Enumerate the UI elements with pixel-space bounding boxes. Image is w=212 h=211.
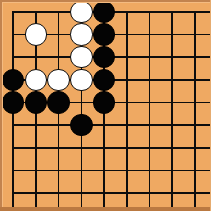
- black-stone[interactable]: [93, 23, 115, 45]
- white-stone[interactable]: [70, 69, 92, 91]
- black-stone[interactable]: [25, 91, 47, 113]
- intersection-r1c2[interactable]: [25, 0, 48, 23]
- intersection-r1c7[interactable]: [138, 0, 161, 23]
- black-stone[interactable]: [93, 69, 115, 91]
- intersection-r3c5[interactable]: [93, 46, 116, 69]
- intersection-r9c9[interactable]: [183, 182, 206, 205]
- intersection-r9c7[interactable]: [138, 182, 161, 205]
- white-stone[interactable]: [25, 23, 47, 45]
- intersection-r5c7[interactable]: [138, 91, 161, 114]
- intersection-r1c5[interactable]: [93, 0, 116, 23]
- intersection-r8c2[interactable]: [25, 159, 48, 182]
- intersection-r7c7[interactable]: [138, 137, 161, 160]
- board-frame-highlight-left: [2, 2, 3, 207]
- black-stone[interactable]: [93, 46, 115, 68]
- intersection-r6c4[interactable]: [70, 114, 93, 137]
- intersection-r5c8[interactable]: [161, 91, 184, 114]
- intersection-r7c1[interactable]: [2, 137, 25, 160]
- intersection-r4c3[interactable]: [47, 69, 70, 92]
- intersection-r9c1[interactable]: [2, 182, 25, 205]
- intersection-r7c2[interactable]: [25, 137, 48, 160]
- intersection-r7c9[interactable]: [183, 137, 206, 160]
- intersection-r1c6[interactable]: [115, 0, 138, 23]
- intersection-r9c2[interactable]: [25, 182, 48, 205]
- intersection-r9c8[interactable]: [161, 182, 184, 205]
- intersection-r4c7[interactable]: [138, 69, 161, 92]
- intersection-r9c5[interactable]: [93, 182, 116, 205]
- intersection-r7c6[interactable]: [115, 137, 138, 160]
- intersection-r2c1[interactable]: [2, 23, 25, 46]
- intersection-r4c5[interactable]: [93, 69, 116, 92]
- white-stone[interactable]: [25, 69, 47, 91]
- intersection-r6c2[interactable]: [25, 114, 48, 137]
- intersection-r7c3[interactable]: [47, 137, 70, 160]
- intersection-r4c9[interactable]: [183, 69, 206, 92]
- intersection-r2c5[interactable]: [93, 23, 116, 46]
- black-stone[interactable]: [93, 91, 115, 113]
- intersection-r2c2[interactable]: [25, 23, 48, 46]
- board-frame-right: [210, 0, 212, 211]
- white-stone[interactable]: [47, 69, 69, 91]
- go-board: [0, 0, 211, 211]
- intersection-r8c9[interactable]: [183, 159, 206, 182]
- intersection-r5c2[interactable]: [25, 91, 48, 114]
- intersection-r8c6[interactable]: [115, 159, 138, 182]
- intersection-r8c3[interactable]: [47, 159, 70, 182]
- white-stone[interactable]: [70, 23, 92, 45]
- intersection-r6c8[interactable]: [161, 114, 184, 137]
- board-frame-highlight-top: [2, 2, 210, 3]
- intersection-r4c2[interactable]: [25, 69, 48, 92]
- white-stone[interactable]: [70, 1, 92, 23]
- white-stone[interactable]: [70, 46, 92, 68]
- intersection-r5c9[interactable]: [183, 91, 206, 114]
- intersection-r1c8[interactable]: [161, 0, 184, 23]
- intersection-r2c6[interactable]: [115, 23, 138, 46]
- intersection-r3c2[interactable]: [25, 46, 48, 69]
- intersection-r1c3[interactable]: [47, 0, 70, 23]
- black-stone[interactable]: [47, 91, 69, 113]
- intersection-r3c6[interactable]: [115, 46, 138, 69]
- intersection-r5c1[interactable]: [2, 91, 25, 114]
- intersection-r3c9[interactable]: [183, 46, 206, 69]
- intersection-r3c4[interactable]: [70, 46, 93, 69]
- intersection-r7c8[interactable]: [161, 137, 184, 160]
- intersection-r4c1[interactable]: [2, 69, 25, 92]
- intersection-r2c9[interactable]: [183, 23, 206, 46]
- intersection-r6c3[interactable]: [47, 114, 70, 137]
- intersection-r6c9[interactable]: [183, 114, 206, 137]
- board-grid: [2, 0, 211, 210]
- intersection-r5c5[interactable]: [93, 91, 116, 114]
- intersection-r2c7[interactable]: [138, 23, 161, 46]
- intersection-r5c6[interactable]: [115, 91, 138, 114]
- intersection-r5c3[interactable]: [47, 91, 70, 114]
- intersection-r9c4[interactable]: [70, 182, 93, 205]
- intersection-r3c8[interactable]: [161, 46, 184, 69]
- intersection-r1c9[interactable]: [183, 0, 206, 23]
- intersection-r2c4[interactable]: [70, 23, 93, 46]
- intersection-r2c3[interactable]: [47, 23, 70, 46]
- intersection-r4c4[interactable]: [70, 69, 93, 92]
- intersection-r6c5[interactable]: [93, 114, 116, 137]
- intersection-r4c6[interactable]: [115, 69, 138, 92]
- intersection-r8c1[interactable]: [2, 159, 25, 182]
- black-stone[interactable]: [70, 114, 92, 136]
- intersection-r9c6[interactable]: [115, 182, 138, 205]
- intersection-r3c1[interactable]: [2, 46, 25, 69]
- intersection-r1c1[interactable]: [2, 0, 25, 23]
- intersection-r3c3[interactable]: [47, 46, 70, 69]
- intersection-r8c5[interactable]: [93, 159, 116, 182]
- intersection-r8c8[interactable]: [161, 159, 184, 182]
- intersection-r6c7[interactable]: [138, 114, 161, 137]
- intersection-r5c4[interactable]: [70, 91, 93, 114]
- intersection-r9c3[interactable]: [47, 182, 70, 205]
- intersection-r7c5[interactable]: [93, 137, 116, 160]
- intersection-r3c7[interactable]: [138, 46, 161, 69]
- board-frame-bottom: [0, 207, 211, 211]
- intersection-r2c8[interactable]: [161, 23, 184, 46]
- intersection-r8c4[interactable]: [70, 159, 93, 182]
- black-stone[interactable]: [93, 1, 115, 23]
- intersection-r4c8[interactable]: [161, 69, 184, 92]
- black-stone[interactable]: [2, 69, 24, 91]
- intersection-r6c6[interactable]: [115, 114, 138, 137]
- intersection-r1c4[interactable]: [70, 0, 93, 23]
- black-stone[interactable]: [2, 91, 24, 113]
- intersection-r8c7[interactable]: [138, 159, 161, 182]
- intersection-r6c1[interactable]: [2, 114, 25, 137]
- intersection-r7c4[interactable]: [70, 137, 93, 160]
